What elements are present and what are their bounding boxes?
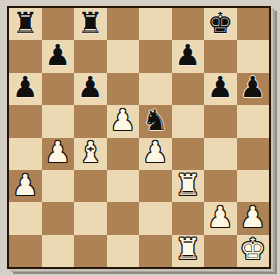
square-f7[interactable]: ♟: [172, 40, 205, 72]
square-g5[interactable]: [204, 105, 237, 137]
square-h7[interactable]: [237, 40, 270, 72]
square-a1[interactable]: [9, 235, 42, 267]
square-d4[interactable]: [107, 138, 140, 170]
black-pawn[interactable]: ♟: [12, 73, 38, 102]
chess-board-frame: ♜♜♚♟♟♟♟♟♟♟♞♟♝♟♟♜♟♟♜♚: [0, 0, 280, 276]
square-d2[interactable]: [107, 202, 140, 234]
white-pawn[interactable]: ♟: [207, 203, 233, 232]
square-d5[interactable]: ♟: [107, 105, 140, 137]
black-rook[interactable]: ♜: [12, 9, 38, 38]
white-pawn[interactable]: ♟: [110, 106, 136, 135]
black-rook[interactable]: ♜: [77, 9, 103, 38]
square-a4[interactable]: [9, 138, 42, 170]
square-b8[interactable]: [42, 8, 75, 40]
square-e6[interactable]: [139, 73, 172, 105]
square-a8[interactable]: ♜: [9, 8, 42, 40]
white-king[interactable]: ♚: [240, 235, 266, 264]
square-e1[interactable]: [139, 235, 172, 267]
square-e5[interactable]: ♞: [139, 105, 172, 137]
square-e3[interactable]: [139, 170, 172, 202]
black-pawn[interactable]: ♟: [207, 73, 233, 102]
square-f6[interactable]: [172, 73, 205, 105]
square-b1[interactable]: [42, 235, 75, 267]
black-pawn[interactable]: ♟: [45, 41, 71, 70]
square-a6[interactable]: ♟: [9, 73, 42, 105]
square-g4[interactable]: [204, 138, 237, 170]
square-g7[interactable]: [204, 40, 237, 72]
square-b6[interactable]: [42, 73, 75, 105]
square-e2[interactable]: [139, 202, 172, 234]
square-e7[interactable]: [139, 40, 172, 72]
square-g2[interactable]: ♟: [204, 202, 237, 234]
square-h6[interactable]: ♟: [237, 73, 270, 105]
square-f4[interactable]: [172, 138, 205, 170]
square-g6[interactable]: ♟: [204, 73, 237, 105]
square-b2[interactable]: [42, 202, 75, 234]
black-pawn[interactable]: ♟: [77, 73, 103, 102]
square-c4[interactable]: ♝: [74, 138, 107, 170]
square-c1[interactable]: [74, 235, 107, 267]
square-b3[interactable]: [42, 170, 75, 202]
square-e8[interactable]: [139, 8, 172, 40]
white-pawn[interactable]: ♟: [142, 138, 168, 167]
black-knight[interactable]: ♞: [142, 106, 168, 135]
square-c6[interactable]: ♟: [74, 73, 107, 105]
square-b7[interactable]: ♟: [42, 40, 75, 72]
chess-board: ♜♜♚♟♟♟♟♟♟♟♞♟♝♟♟♜♟♟♜♚: [9, 8, 269, 267]
black-pawn[interactable]: ♟: [175, 41, 201, 70]
white-rook[interactable]: ♜: [175, 235, 201, 264]
square-d1[interactable]: [107, 235, 140, 267]
square-c3[interactable]: [74, 170, 107, 202]
chess-board-bevel: ♜♜♚♟♟♟♟♟♟♟♞♟♝♟♟♜♟♟♜♚: [7, 6, 271, 269]
square-h2[interactable]: ♟: [237, 202, 270, 234]
square-a3[interactable]: ♟: [9, 170, 42, 202]
square-e4[interactable]: ♟: [139, 138, 172, 170]
square-b5[interactable]: [42, 105, 75, 137]
square-d7[interactable]: [107, 40, 140, 72]
white-pawn[interactable]: ♟: [45, 138, 71, 167]
square-g3[interactable]: [204, 170, 237, 202]
square-h4[interactable]: [237, 138, 270, 170]
square-b4[interactable]: ♟: [42, 138, 75, 170]
square-h1[interactable]: ♚: [237, 235, 270, 267]
square-f2[interactable]: [172, 202, 205, 234]
square-c2[interactable]: [74, 202, 107, 234]
square-c7[interactable]: [74, 40, 107, 72]
square-f8[interactable]: [172, 8, 205, 40]
white-pawn[interactable]: ♟: [12, 171, 38, 200]
square-a7[interactable]: [9, 40, 42, 72]
square-a2[interactable]: [9, 202, 42, 234]
square-c5[interactable]: [74, 105, 107, 137]
white-rook[interactable]: ♜: [175, 171, 201, 200]
square-f1[interactable]: ♜: [172, 235, 205, 267]
square-g1[interactable]: [204, 235, 237, 267]
square-h5[interactable]: [237, 105, 270, 137]
black-pawn[interactable]: ♟: [240, 73, 266, 102]
white-pawn[interactable]: ♟: [240, 203, 266, 232]
square-f5[interactable]: [172, 105, 205, 137]
black-king[interactable]: ♚: [207, 9, 233, 38]
square-d6[interactable]: [107, 73, 140, 105]
square-f3[interactable]: ♜: [172, 170, 205, 202]
square-h3[interactable]: [237, 170, 270, 202]
square-d3[interactable]: [107, 170, 140, 202]
square-a5[interactable]: [9, 105, 42, 137]
square-h8[interactable]: [237, 8, 270, 40]
white-bishop[interactable]: ♝: [77, 138, 103, 167]
square-c8[interactable]: ♜: [74, 8, 107, 40]
square-d8[interactable]: [107, 8, 140, 40]
square-g8[interactable]: ♚: [204, 8, 237, 40]
